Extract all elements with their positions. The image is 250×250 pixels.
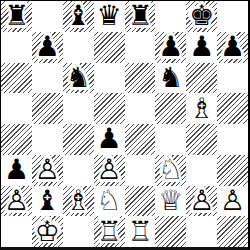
square-c7[interactable] [63,32,94,63]
white-bishop: ♝♗ [63,186,94,217]
white-pawn-glyph: ♙ [1,186,32,217]
square-d6[interactable] [94,63,125,94]
white-pawn: ♟♙ [186,186,217,217]
square-f8[interactable] [155,1,186,32]
white-rook: ♜♖ [94,216,125,247]
white-pawn-glyph: ♙ [186,186,217,217]
square-d4[interactable]: ♟♟ [94,124,125,155]
square-e2[interactable] [125,186,156,217]
black-knight: ♞♞ [155,63,186,94]
square-a8[interactable]: ♜♜ [1,1,32,32]
black-pawn-glyph: ♟ [94,124,125,155]
black-pawn-glyph: ♟ [32,32,63,63]
white-bishop-glyph: ♗ [63,186,94,217]
square-e5[interactable] [125,93,156,124]
black-rook: ♜♜ [1,1,32,32]
black-rook: ♜♜ [125,1,156,32]
square-a7[interactable] [1,32,32,63]
square-a2[interactable]: ♟♙ [1,186,32,217]
square-g8[interactable]: ♚♚ [186,1,217,32]
black-king: ♚♚ [186,1,217,32]
square-h6[interactable] [217,63,248,94]
white-knight-glyph: ♘ [155,155,186,186]
black-rook-glyph: ♜ [125,1,156,32]
square-f4[interactable] [155,124,186,155]
black-pawn: ♟♟ [32,32,63,63]
square-a1[interactable] [1,216,32,247]
white-pawn: ♟♙ [94,155,125,186]
square-e8[interactable]: ♜♜ [125,1,156,32]
square-c3[interactable] [63,155,94,186]
square-a3[interactable]: ♟♟ [1,155,32,186]
square-b7[interactable]: ♟♟ [32,32,63,63]
white-queen: ♛♕ [155,186,186,217]
square-b2[interactable]: ♝♝ [32,186,63,217]
square-b4[interactable] [32,124,63,155]
white-queen-glyph: ♕ [155,186,186,217]
square-f6[interactable]: ♞♞ [155,63,186,94]
white-bishop: ♝♗ [186,93,217,124]
square-g2[interactable]: ♟♙ [186,186,217,217]
square-a4[interactable] [1,124,32,155]
square-g6[interactable] [186,63,217,94]
square-h7[interactable]: ♟♟ [217,32,248,63]
square-h2[interactable]: ♟♙ [217,186,248,217]
black-bishop: ♝♝ [63,1,94,32]
square-a6[interactable] [1,63,32,94]
square-g7[interactable]: ♟♟ [186,32,217,63]
square-b5[interactable] [32,93,63,124]
square-e7[interactable] [125,32,156,63]
chess-board: ♜♜♝♝♛♛♜♜♚♚♟♟♟♟♟♟♟♟♞♞♞♞♝♗♟♟♟♟♟♙♟♙♞♘♟♙♝♝♝♗… [0,0,250,250]
square-g5[interactable]: ♝♗ [186,93,217,124]
square-b1[interactable]: ♚♔ [32,216,63,247]
black-pawn: ♟♟ [155,32,186,63]
white-king: ♚♔ [32,216,63,247]
square-c2[interactable]: ♝♗ [63,186,94,217]
white-rook-glyph: ♖ [125,216,156,247]
black-king-glyph: ♚ [186,1,217,32]
white-pawn-glyph: ♙ [32,155,63,186]
square-f1[interactable] [155,216,186,247]
square-c1[interactable] [63,216,94,247]
black-pawn: ♟♟ [94,124,125,155]
black-pawn: ♟♟ [1,155,32,186]
square-e1[interactable]: ♜♖ [125,216,156,247]
black-pawn-glyph: ♟ [1,155,32,186]
square-c8[interactable]: ♝♝ [63,1,94,32]
black-pawn: ♟♟ [186,32,217,63]
square-d3[interactable]: ♟♙ [94,155,125,186]
black-queen: ♛♛ [94,1,125,32]
black-knight: ♞♞ [63,63,94,94]
white-pawn: ♟♙ [1,186,32,217]
square-c4[interactable] [63,124,94,155]
square-h1[interactable] [217,216,248,247]
white-king-glyph: ♔ [32,216,63,247]
black-pawn-glyph: ♟ [217,32,248,63]
white-rook: ♜♖ [125,216,156,247]
square-g3[interactable] [186,155,217,186]
square-g4[interactable] [186,124,217,155]
square-f7[interactable]: ♟♟ [155,32,186,63]
square-e6[interactable] [125,63,156,94]
square-h3[interactable] [217,155,248,186]
white-knight: ♞♘ [94,186,125,217]
black-knight-glyph: ♞ [63,63,94,94]
white-knight: ♞♘ [155,155,186,186]
square-d1[interactable]: ♜♖ [94,216,125,247]
square-f5[interactable] [155,93,186,124]
square-f2[interactable]: ♛♕ [155,186,186,217]
black-bishop: ♝♝ [32,186,63,217]
square-e4[interactable] [125,124,156,155]
square-d7[interactable] [94,32,125,63]
white-pawn-glyph: ♙ [94,155,125,186]
black-bishop-glyph: ♝ [32,186,63,217]
square-d2[interactable]: ♞♘ [94,186,125,217]
square-b6[interactable] [32,63,63,94]
black-rook-glyph: ♜ [1,1,32,32]
white-knight-glyph: ♘ [94,186,125,217]
square-h8[interactable] [217,1,248,32]
black-bishop-glyph: ♝ [63,1,94,32]
white-rook-glyph: ♖ [94,216,125,247]
square-a5[interactable] [1,93,32,124]
square-c5[interactable] [63,93,94,124]
white-pawn-glyph: ♙ [217,186,248,217]
square-d8[interactable]: ♛♛ [94,1,125,32]
square-f3[interactable]: ♞♘ [155,155,186,186]
square-e3[interactable] [125,155,156,186]
square-h4[interactable] [217,124,248,155]
square-h5[interactable] [217,93,248,124]
square-b3[interactable]: ♟♙ [32,155,63,186]
square-c6[interactable]: ♞♞ [63,63,94,94]
black-queen-glyph: ♛ [94,1,125,32]
black-pawn-glyph: ♟ [186,32,217,63]
white-bishop-glyph: ♗ [186,93,217,124]
square-g1[interactable] [186,216,217,247]
square-d5[interactable] [94,93,125,124]
black-pawn-glyph: ♟ [155,32,186,63]
black-knight-glyph: ♞ [155,63,186,94]
white-pawn: ♟♙ [32,155,63,186]
white-pawn: ♟♙ [217,186,248,217]
black-pawn: ♟♟ [217,32,248,63]
square-b8[interactable] [32,1,63,32]
